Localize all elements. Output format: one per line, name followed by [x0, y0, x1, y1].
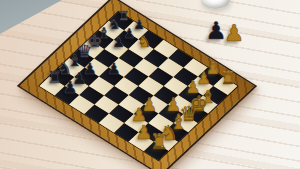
photo-scene: ♜♞♝♛♚♝♞♜♟♟♟♟♟♟♟♞♟♟♟♟♟♟♟♜♞♝♛♚♝♜ ♟♟ — [0, 0, 300, 169]
gray-surface-corner — [0, 0, 70, 40]
white-knight-icon: ♞ — [124, 35, 164, 50]
white-cup — [201, 0, 230, 9]
captured-white-pawn: ♟ — [222, 22, 246, 45]
white-rook-icon: ♜ — [139, 132, 179, 152]
black-pawn-icon: ♟ — [50, 80, 90, 97]
black-pawn-icon: ♟ — [94, 62, 134, 77]
white-rook-icon: ♜ — [208, 71, 248, 87]
